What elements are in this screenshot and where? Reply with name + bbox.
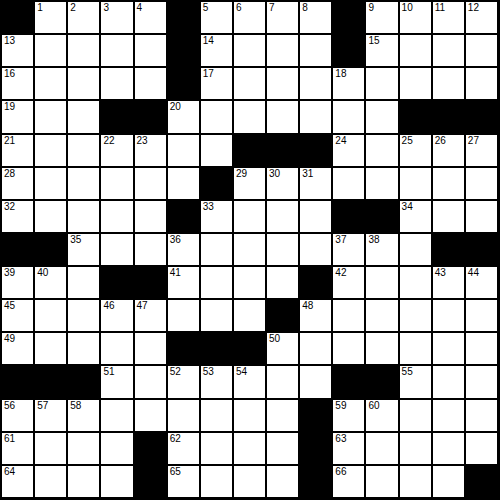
clue-number: 10: [402, 2, 413, 13]
white-square[interactable]: [366, 267, 397, 298]
white-square[interactable]: [366, 433, 397, 464]
black-square: [466, 101, 497, 132]
white-square[interactable]: 63: [333, 433, 364, 464]
clue-number: 28: [4, 168, 15, 179]
white-square[interactable]: 14: [201, 35, 232, 66]
white-square[interactable]: 52: [168, 366, 199, 397]
white-square[interactable]: [35, 201, 66, 232]
white-square[interactable]: [101, 333, 132, 364]
white-square[interactable]: [68, 135, 99, 166]
white-square[interactable]: [68, 168, 99, 199]
white-square[interactable]: 39: [2, 267, 33, 298]
clue-number: 26: [435, 135, 446, 146]
clue-number: 21: [4, 135, 15, 146]
white-square[interactable]: 27: [466, 135, 497, 166]
black-square: [135, 466, 166, 497]
white-square[interactable]: 48: [300, 300, 331, 331]
white-square[interactable]: [234, 433, 265, 464]
white-square[interactable]: [101, 234, 132, 265]
white-square[interactable]: [234, 35, 265, 66]
black-square: [433, 101, 464, 132]
white-square[interactable]: 43: [433, 267, 464, 298]
white-square[interactable]: 51: [101, 366, 132, 397]
white-square[interactable]: 46: [101, 300, 132, 331]
white-square[interactable]: 42: [333, 267, 364, 298]
white-square[interactable]: [366, 300, 397, 331]
white-square[interactable]: 37: [333, 234, 364, 265]
white-square[interactable]: 9: [366, 2, 397, 33]
clue-number: 35: [70, 234, 81, 245]
clue-number: 19: [4, 101, 15, 112]
clue-number: 23: [137, 135, 148, 146]
white-square[interactable]: [433, 466, 464, 497]
white-square[interactable]: 41: [168, 267, 199, 298]
white-square[interactable]: 29: [234, 168, 265, 199]
clue-number: 17: [203, 68, 214, 79]
black-square: [300, 267, 331, 298]
black-square: [2, 2, 33, 33]
white-square[interactable]: 36: [168, 234, 199, 265]
white-square[interactable]: 47: [135, 300, 166, 331]
clue-number: 44: [468, 267, 479, 278]
white-square[interactable]: 6: [234, 2, 265, 33]
clue-number: 65: [170, 466, 181, 477]
white-square[interactable]: [35, 68, 66, 99]
white-square[interactable]: 61: [2, 433, 33, 464]
white-square[interactable]: [35, 35, 66, 66]
white-square[interactable]: 4: [135, 2, 166, 33]
white-square[interactable]: [234, 300, 265, 331]
white-square[interactable]: [101, 201, 132, 232]
white-square[interactable]: [300, 35, 331, 66]
clue-number: 46: [103, 300, 114, 311]
white-square[interactable]: [466, 168, 497, 199]
white-square[interactable]: [300, 201, 331, 232]
white-square[interactable]: 57: [35, 400, 66, 431]
clue-number: 54: [236, 366, 247, 377]
clue-number: 38: [368, 234, 379, 245]
white-square[interactable]: 13: [2, 35, 33, 66]
white-square[interactable]: [400, 400, 431, 431]
black-square: [300, 400, 331, 431]
black-square: [168, 2, 199, 33]
clue-number: 47: [137, 300, 148, 311]
black-square: [2, 366, 33, 397]
clue-number: 50: [269, 333, 280, 344]
white-square[interactable]: 3: [101, 2, 132, 33]
white-square[interactable]: [466, 300, 497, 331]
clue-number: 56: [4, 400, 15, 411]
clue-number: 24: [335, 135, 346, 146]
white-square[interactable]: [300, 366, 331, 397]
white-square[interactable]: [400, 35, 431, 66]
white-square[interactable]: [267, 433, 298, 464]
white-square[interactable]: 40: [35, 267, 66, 298]
white-square[interactable]: [68, 433, 99, 464]
white-square[interactable]: 23: [135, 135, 166, 166]
white-square[interactable]: [101, 68, 132, 99]
white-square[interactable]: 44: [466, 267, 497, 298]
white-square[interactable]: [135, 168, 166, 199]
white-square[interactable]: [201, 400, 232, 431]
clue-number: 8: [302, 2, 308, 13]
white-square[interactable]: [234, 68, 265, 99]
clue-number: 37: [335, 234, 346, 245]
white-square[interactable]: [201, 234, 232, 265]
black-square: [400, 101, 431, 132]
black-square: [333, 35, 364, 66]
clue-number: 13: [4, 35, 15, 46]
white-square[interactable]: [267, 101, 298, 132]
black-square: [135, 433, 166, 464]
white-square[interactable]: 7: [267, 2, 298, 33]
white-square[interactable]: 25: [400, 135, 431, 166]
white-square[interactable]: [201, 300, 232, 331]
clue-number: 22: [103, 135, 114, 146]
white-square[interactable]: [68, 201, 99, 232]
white-square[interactable]: [433, 366, 464, 397]
white-square[interactable]: [466, 35, 497, 66]
white-square[interactable]: [466, 400, 497, 431]
white-square[interactable]: [433, 68, 464, 99]
white-square[interactable]: 12: [466, 2, 497, 33]
white-square[interactable]: [68, 101, 99, 132]
clue-number: 6: [236, 2, 242, 13]
black-square: [135, 267, 166, 298]
white-square[interactable]: [68, 333, 99, 364]
black-square: [135, 101, 166, 132]
clue-number: 4: [137, 2, 143, 13]
black-square: [333, 2, 364, 33]
white-square[interactable]: [234, 101, 265, 132]
black-square: [168, 333, 199, 364]
black-square: [168, 201, 199, 232]
black-square: [234, 135, 265, 166]
white-square[interactable]: 64: [2, 466, 33, 497]
black-square: [366, 366, 397, 397]
clue-number: 43: [435, 267, 446, 278]
clue-number: 32: [4, 201, 15, 212]
white-square[interactable]: [35, 333, 66, 364]
white-square[interactable]: [267, 366, 298, 397]
white-square[interactable]: 1: [35, 2, 66, 33]
white-square[interactable]: [433, 300, 464, 331]
clue-number: 14: [203, 35, 214, 46]
clue-number: 1: [37, 2, 43, 13]
clue-number: 33: [203, 201, 214, 212]
clue-number: 31: [302, 168, 313, 179]
white-square[interactable]: 11: [433, 2, 464, 33]
black-square: [300, 433, 331, 464]
white-square[interactable]: [101, 35, 132, 66]
white-square[interactable]: [135, 35, 166, 66]
white-square[interactable]: [135, 400, 166, 431]
white-square[interactable]: [366, 135, 397, 166]
white-square[interactable]: [101, 168, 132, 199]
clue-number: 5: [203, 2, 209, 13]
white-square[interactable]: [400, 267, 431, 298]
white-square[interactable]: 28: [2, 168, 33, 199]
white-square[interactable]: 19: [2, 101, 33, 132]
clue-number: 25: [402, 135, 413, 146]
white-square[interactable]: [201, 135, 232, 166]
white-square[interactable]: [135, 366, 166, 397]
white-square[interactable]: [168, 400, 199, 431]
white-square[interactable]: [466, 333, 497, 364]
white-square[interactable]: [35, 433, 66, 464]
white-square[interactable]: [68, 300, 99, 331]
white-square[interactable]: [366, 333, 397, 364]
white-square[interactable]: [466, 433, 497, 464]
white-square[interactable]: 22: [101, 135, 132, 166]
white-square[interactable]: 45: [2, 300, 33, 331]
black-square: [68, 366, 99, 397]
white-square[interactable]: [433, 168, 464, 199]
clue-number: 20: [170, 101, 181, 112]
clue-number: 34: [402, 201, 413, 212]
white-square[interactable]: 49: [2, 333, 33, 364]
clue-number: 41: [170, 267, 181, 278]
white-square[interactable]: [68, 35, 99, 66]
clue-number: 36: [170, 234, 181, 245]
white-square[interactable]: 35: [68, 234, 99, 265]
clue-number: 29: [236, 168, 247, 179]
black-square: [267, 135, 298, 166]
white-square[interactable]: [400, 68, 431, 99]
white-square[interactable]: 60: [366, 400, 397, 431]
white-square[interactable]: [400, 300, 431, 331]
white-square[interactable]: [201, 267, 232, 298]
white-square[interactable]: [135, 333, 166, 364]
white-square[interactable]: 24: [333, 135, 364, 166]
white-square[interactable]: [68, 267, 99, 298]
clue-number: 51: [103, 366, 114, 377]
black-square: [267, 300, 298, 331]
clue-number: 49: [4, 333, 15, 344]
white-square[interactable]: [201, 101, 232, 132]
clue-number: 3: [103, 2, 109, 13]
clue-number: 66: [335, 466, 346, 477]
black-square: [366, 201, 397, 232]
white-square[interactable]: [400, 333, 431, 364]
black-square: [35, 366, 66, 397]
clue-number: 39: [4, 267, 15, 278]
clue-number: 42: [335, 267, 346, 278]
white-square[interactable]: 15: [366, 35, 397, 66]
white-square[interactable]: [168, 135, 199, 166]
white-square[interactable]: [333, 300, 364, 331]
clue-number: 53: [203, 366, 214, 377]
white-square[interactable]: 30: [267, 168, 298, 199]
clue-number: 45: [4, 300, 15, 311]
clue-number: 63: [335, 433, 346, 444]
white-square[interactable]: [68, 68, 99, 99]
clue-number: 7: [269, 2, 275, 13]
black-square: [101, 267, 132, 298]
clue-number: 16: [4, 68, 15, 79]
black-square: [2, 234, 33, 265]
white-square[interactable]: 38: [366, 234, 397, 265]
white-square[interactable]: 16: [2, 68, 33, 99]
white-square[interactable]: [267, 201, 298, 232]
white-square[interactable]: [234, 400, 265, 431]
white-square[interactable]: [400, 234, 431, 265]
white-square[interactable]: [366, 466, 397, 497]
clue-number: 18: [335, 68, 346, 79]
white-square[interactable]: 18: [333, 68, 364, 99]
black-square: [234, 333, 265, 364]
white-square[interactable]: 5: [201, 2, 232, 33]
white-square[interactable]: 62: [168, 433, 199, 464]
white-square[interactable]: [433, 400, 464, 431]
white-square[interactable]: [433, 433, 464, 464]
black-square: [168, 68, 199, 99]
white-square[interactable]: 26: [433, 135, 464, 166]
white-square[interactable]: [168, 168, 199, 199]
clue-number: 11: [435, 2, 445, 13]
clue-number: 61: [4, 433, 15, 444]
white-square[interactable]: [234, 201, 265, 232]
clue-number: 52: [170, 366, 181, 377]
white-square[interactable]: [135, 234, 166, 265]
white-square[interactable]: [267, 35, 298, 66]
black-square: [466, 234, 497, 265]
white-square[interactable]: [267, 400, 298, 431]
black-square: [466, 466, 497, 497]
white-square[interactable]: [201, 433, 232, 464]
white-square[interactable]: [101, 433, 132, 464]
white-square[interactable]: [466, 366, 497, 397]
black-square: [201, 168, 232, 199]
black-square: [168, 35, 199, 66]
clue-number: 27: [468, 135, 479, 146]
white-square[interactable]: [300, 68, 331, 99]
white-square[interactable]: [466, 68, 497, 99]
white-square[interactable]: 34: [400, 201, 431, 232]
white-square[interactable]: [267, 234, 298, 265]
black-square: [300, 466, 331, 497]
clue-number: 15: [368, 35, 379, 46]
white-square[interactable]: [168, 300, 199, 331]
black-square: [333, 201, 364, 232]
white-square[interactable]: [300, 234, 331, 265]
white-square[interactable]: [234, 267, 265, 298]
white-square[interactable]: [333, 101, 364, 132]
crossword-grid: 1234567891011121314151617181920212223242…: [0, 0, 500, 500]
white-square[interactable]: 20: [168, 101, 199, 132]
white-square[interactable]: [68, 466, 99, 497]
white-square[interactable]: [400, 433, 431, 464]
white-square[interactable]: [400, 466, 431, 497]
clue-number: 60: [368, 400, 379, 411]
black-square: [101, 101, 132, 132]
white-square[interactable]: [234, 466, 265, 497]
white-square[interactable]: 65: [168, 466, 199, 497]
black-square: [433, 234, 464, 265]
white-square[interactable]: 53: [201, 366, 232, 397]
white-square[interactable]: 55: [400, 366, 431, 397]
clue-number: 58: [70, 400, 81, 411]
white-square[interactable]: 59: [333, 400, 364, 431]
white-square[interactable]: [267, 267, 298, 298]
white-square[interactable]: [366, 68, 397, 99]
white-square[interactable]: [101, 466, 132, 497]
clue-number: 64: [4, 466, 15, 477]
white-square[interactable]: [35, 168, 66, 199]
white-square[interactable]: 33: [201, 201, 232, 232]
clue-number: 40: [37, 267, 48, 278]
clue-number: 9: [368, 2, 374, 13]
clue-number: 2: [70, 2, 76, 13]
white-square[interactable]: [300, 333, 331, 364]
white-square[interactable]: [35, 300, 66, 331]
white-square[interactable]: [101, 400, 132, 431]
white-square[interactable]: 8: [300, 2, 331, 33]
white-square[interactable]: [35, 466, 66, 497]
white-square[interactable]: [267, 68, 298, 99]
white-square[interactable]: 31: [300, 168, 331, 199]
white-square[interactable]: 32: [2, 201, 33, 232]
white-square[interactable]: [433, 201, 464, 232]
white-square[interactable]: [135, 68, 166, 99]
black-square: [333, 366, 364, 397]
white-square[interactable]: [201, 466, 232, 497]
white-square[interactable]: [333, 333, 364, 364]
clue-number: 62: [170, 433, 181, 444]
clue-number: 57: [37, 400, 48, 411]
clue-number: 48: [302, 300, 313, 311]
white-square[interactable]: 54: [234, 366, 265, 397]
white-square[interactable]: 50: [267, 333, 298, 364]
white-square[interactable]: 21: [2, 135, 33, 166]
clue-number: 55: [402, 366, 413, 377]
clue-number: 12: [468, 2, 479, 13]
white-square[interactable]: [267, 466, 298, 497]
white-square[interactable]: 2: [68, 2, 99, 33]
black-square: [201, 333, 232, 364]
white-square[interactable]: 58: [68, 400, 99, 431]
white-square[interactable]: 17: [201, 68, 232, 99]
white-square[interactable]: 10: [400, 2, 431, 33]
white-square[interactable]: [433, 35, 464, 66]
white-square[interactable]: [400, 168, 431, 199]
white-square[interactable]: [466, 201, 497, 232]
white-square[interactable]: [300, 101, 331, 132]
white-square[interactable]: [366, 168, 397, 199]
white-square[interactable]: [234, 234, 265, 265]
clue-number: 30: [269, 168, 280, 179]
white-square[interactable]: [366, 101, 397, 132]
white-square[interactable]: [35, 101, 66, 132]
white-square[interactable]: 56: [2, 400, 33, 431]
white-square[interactable]: 66: [333, 466, 364, 497]
black-square: [300, 135, 331, 166]
black-square: [35, 234, 66, 265]
clue-number: 59: [335, 400, 346, 411]
white-square[interactable]: [135, 201, 166, 232]
white-square[interactable]: [433, 333, 464, 364]
white-square[interactable]: [35, 135, 66, 166]
white-square[interactable]: [333, 168, 364, 199]
